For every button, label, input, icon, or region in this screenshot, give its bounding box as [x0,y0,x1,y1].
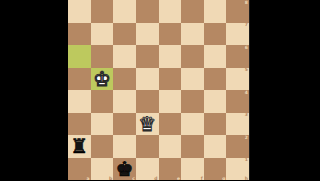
square-b3[interactable] [91,113,114,136]
file-label-e: e [177,177,180,181]
white-king: ♚ [93,68,111,88]
file-label-h: h [245,177,248,181]
square-f1[interactable]: f [181,158,204,181]
square-a1[interactable]: a [68,158,91,181]
square-d1[interactable]: d [136,158,159,181]
rank-label-4: 4 [245,91,248,96]
square-b2[interactable] [91,135,114,158]
square-a5[interactable] [68,68,91,91]
square-b1[interactable]: b [91,158,114,181]
square-g1[interactable]: g [204,158,227,181]
file-label-f: f [201,177,203,181]
rank-label-1: 1 [245,158,248,163]
white-queen: ♛ [138,113,156,133]
square-f8[interactable] [181,0,204,23]
rank-label-5: 5 [245,68,248,73]
square-g7[interactable] [204,23,227,46]
rank-label-6: 6 [245,46,248,51]
square-e6[interactable] [159,45,182,68]
square-b8[interactable] [91,0,114,23]
square-c5[interactable] [113,68,136,91]
square-h4[interactable]: 4 [226,90,249,113]
square-a8[interactable] [68,0,91,23]
square-f3[interactable] [181,113,204,136]
rank-label-7: 7 [245,23,248,28]
square-h8[interactable]: 8 [226,0,249,23]
square-h6[interactable]: 6 [226,45,249,68]
square-c4[interactable] [113,90,136,113]
square-f7[interactable] [181,23,204,46]
rank-label-3: 3 [245,113,248,118]
square-e8[interactable] [159,0,182,23]
square-f4[interactable] [181,90,204,113]
file-label-a: a [87,177,90,181]
square-e3[interactable] [159,113,182,136]
square-d8[interactable] [136,0,159,23]
square-c7[interactable] [113,23,136,46]
square-c1[interactable]: c♚ [113,158,136,181]
square-h3[interactable]: 3 [226,113,249,136]
file-label-b: b [109,177,112,181]
square-h7[interactable]: 7 [226,23,249,46]
square-b6[interactable] [91,45,114,68]
square-a2[interactable]: ♜ [68,135,91,158]
file-label-d: d [154,177,157,181]
square-g2[interactable] [204,135,227,158]
square-a6[interactable] [68,45,91,68]
chess-board: 876♚54♛3♜2abc♚defg1h [68,0,250,180]
square-b5[interactable]: ♚ [91,68,114,91]
square-d5[interactable] [136,68,159,91]
black-king: ♚ [116,158,134,178]
square-c3[interactable] [113,113,136,136]
square-d4[interactable] [136,90,159,113]
square-h2[interactable]: 2 [226,135,249,158]
square-c6[interactable] [113,45,136,68]
square-b7[interactable] [91,23,114,46]
square-g4[interactable] [204,90,227,113]
square-e5[interactable] [159,68,182,91]
square-g8[interactable] [204,0,227,23]
square-c2[interactable] [113,135,136,158]
square-b4[interactable] [91,90,114,113]
square-a7[interactable] [68,23,91,46]
square-f2[interactable] [181,135,204,158]
square-d3[interactable]: ♛ [136,113,159,136]
square-e7[interactable] [159,23,182,46]
file-label-g: g [222,177,225,181]
square-g3[interactable] [204,113,227,136]
square-a3[interactable] [68,113,91,136]
square-d2[interactable] [136,135,159,158]
square-g6[interactable] [204,45,227,68]
square-c8[interactable] [113,0,136,23]
square-f5[interactable] [181,68,204,91]
rank-label-2: 2 [245,136,248,141]
square-d7[interactable] [136,23,159,46]
square-e4[interactable] [159,90,182,113]
square-f6[interactable] [181,45,204,68]
square-a4[interactable] [68,90,91,113]
rank-label-8: 8 [245,1,248,6]
square-h5[interactable]: 5 [226,68,249,91]
square-g5[interactable] [204,68,227,91]
square-d6[interactable] [136,45,159,68]
video-frame: 876♚54♛3♜2abc♚defg1h [0,0,320,180]
square-h1[interactable]: 1h [226,158,249,181]
square-e2[interactable] [159,135,182,158]
black-rook: ♜ [70,136,88,156]
square-e1[interactable]: e [159,158,182,181]
